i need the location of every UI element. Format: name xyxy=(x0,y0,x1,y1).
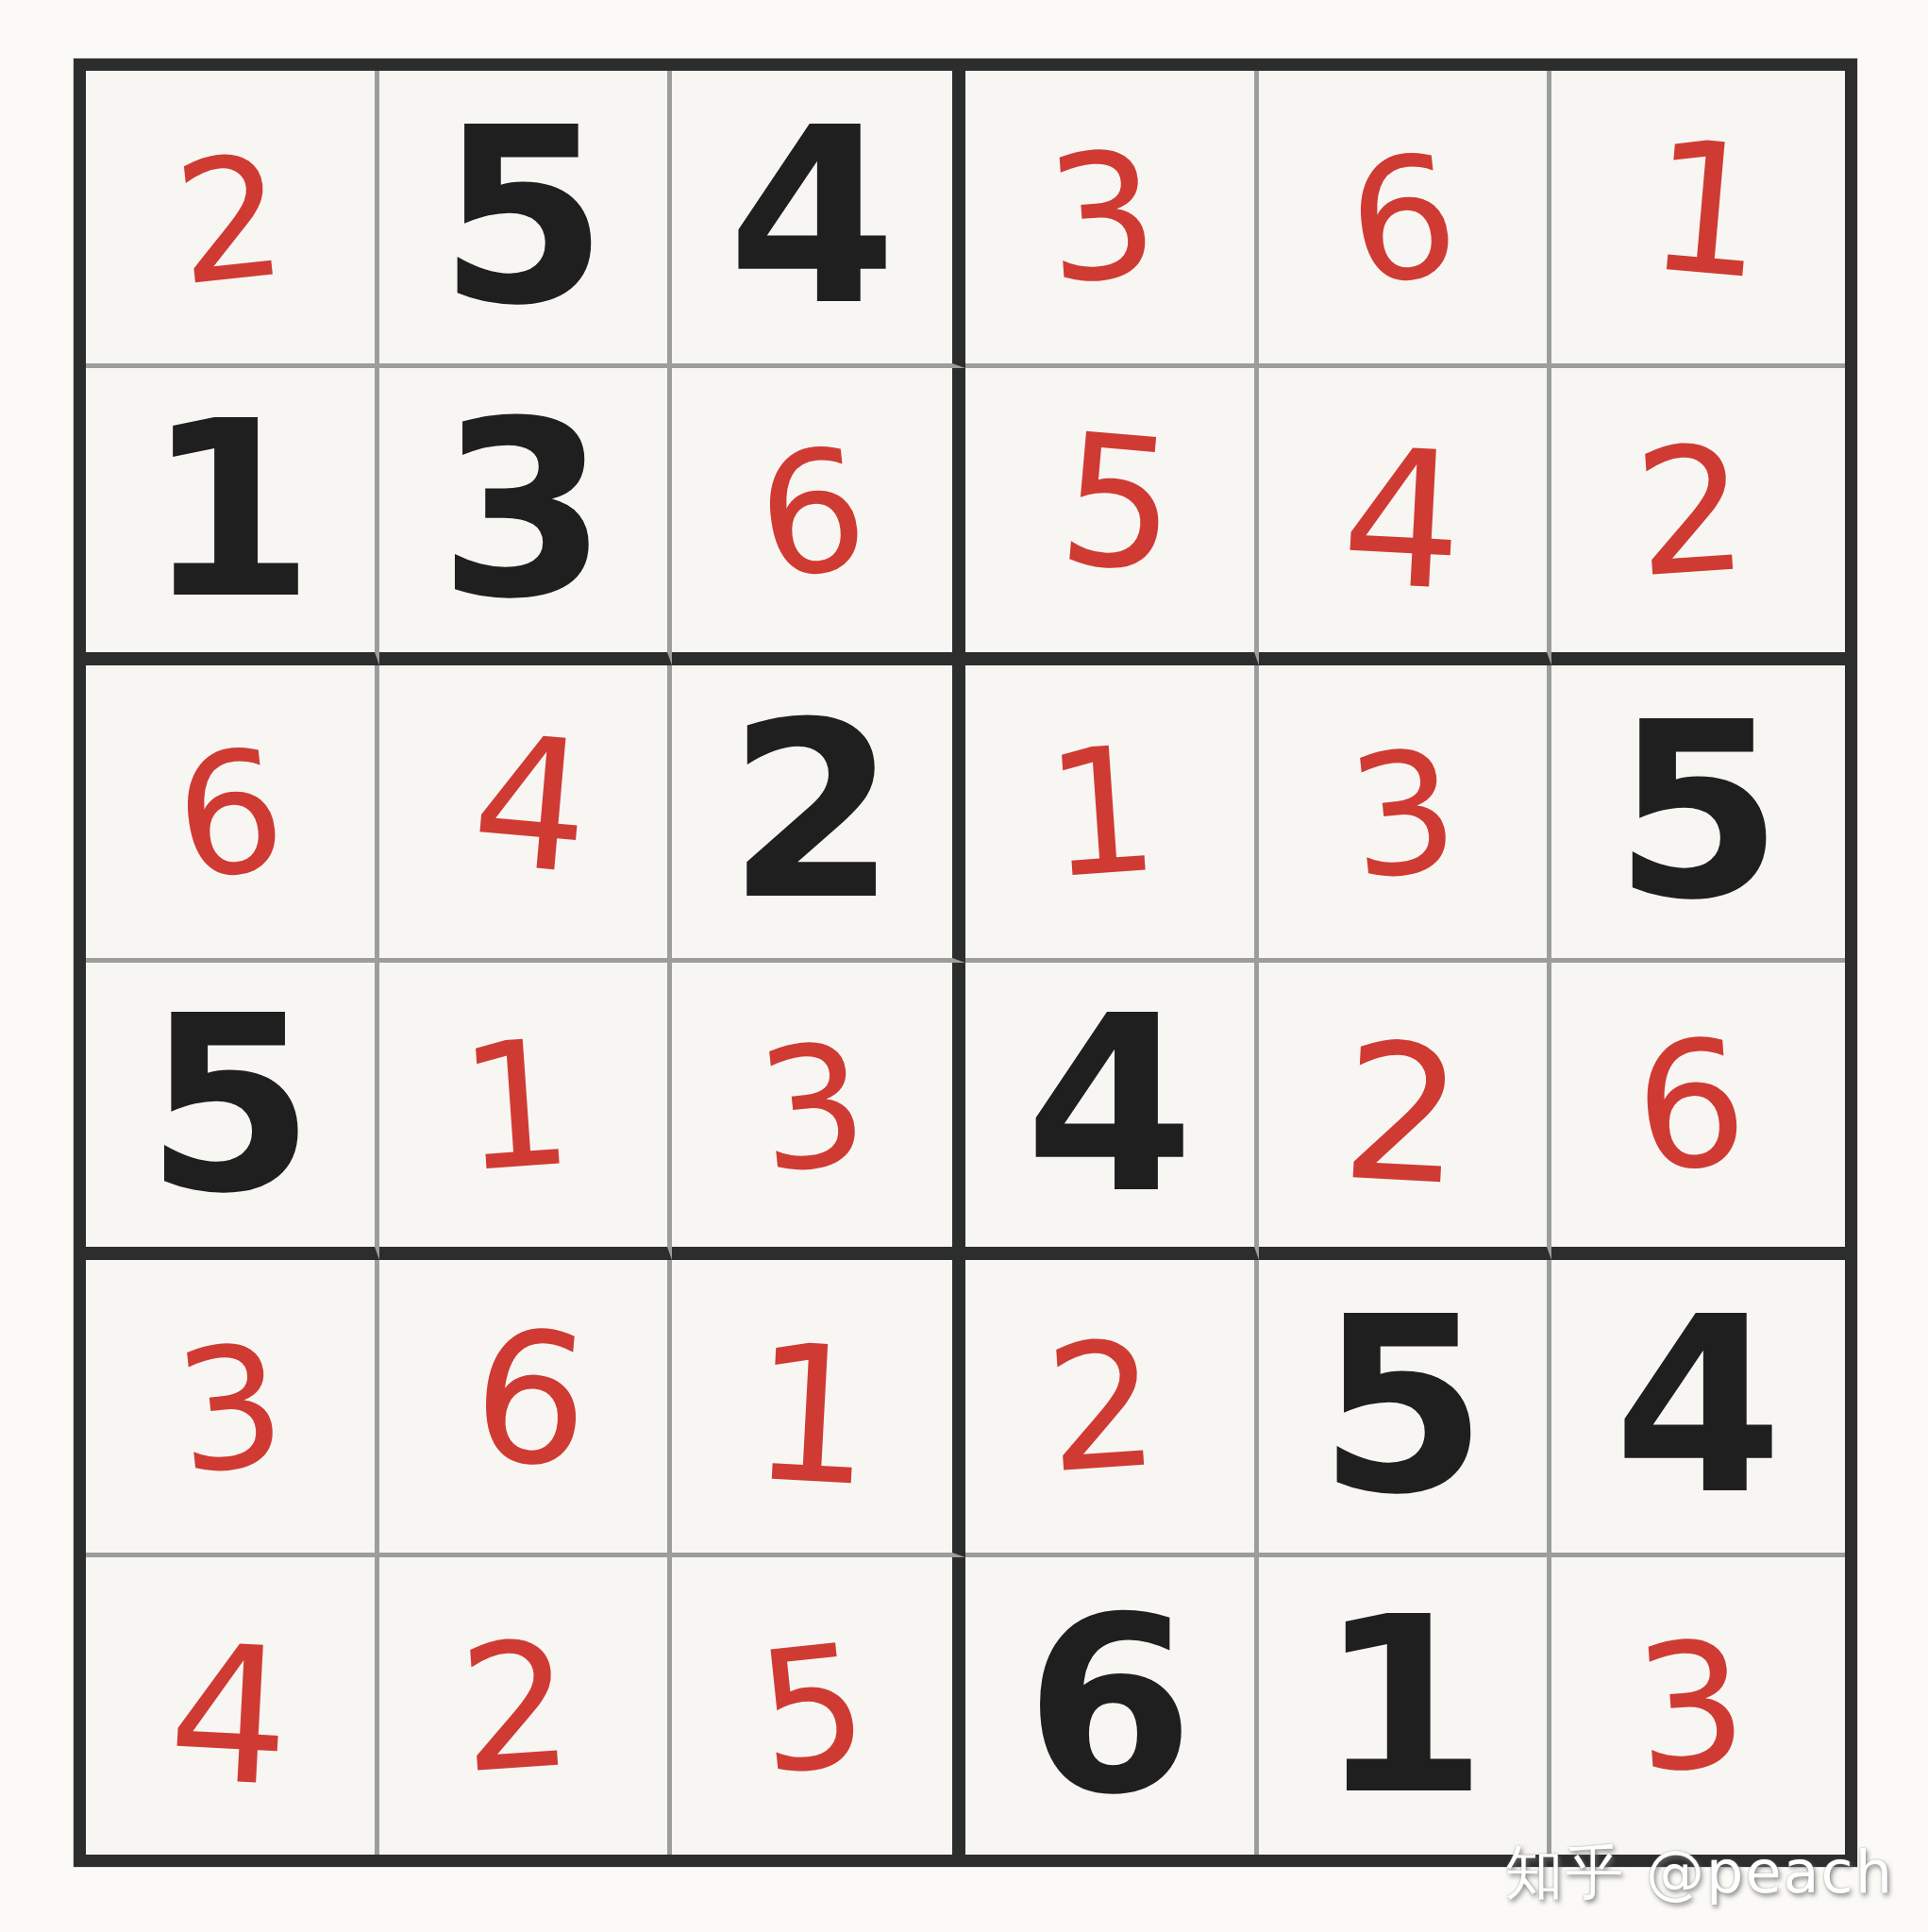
sudoku-board: 2 5 4 3 6 1 1 3 6 5 4 2 6 4 2 1 3 5 5 1 … xyxy=(74,59,1857,1867)
digit: 1 xyxy=(1641,115,1771,306)
cell-r6c4[interactable]: 6 xyxy=(965,1557,1259,1855)
digit: 5 xyxy=(439,95,609,339)
digit: 3 xyxy=(439,389,609,632)
digit: 2 xyxy=(169,132,293,311)
cell-r5c5[interactable]: 5 xyxy=(1259,1260,1552,1557)
cell-r1c3[interactable]: 4 xyxy=(672,71,965,368)
watermark-zhihu-peach: 知乎 @peach xyxy=(1504,1833,1894,1912)
cell-r1c2[interactable]: 5 xyxy=(379,71,673,368)
digit: 4 xyxy=(466,710,596,900)
cell-r6c2[interactable]: 2 xyxy=(379,1557,673,1855)
digit: 6 xyxy=(1630,1015,1752,1196)
digit: 5 xyxy=(750,1621,874,1799)
cell-r4c5[interactable]: 2 xyxy=(1259,963,1552,1260)
digit: 5 xyxy=(1614,690,1784,933)
digit: 5 xyxy=(1318,1285,1488,1528)
digit: 1 xyxy=(1318,1585,1488,1828)
cell-r4c3[interactable]: 3 xyxy=(672,963,965,1260)
cell-r2c4[interactable]: 5 xyxy=(965,368,1259,665)
cell-r1c5[interactable]: 6 xyxy=(1259,71,1552,368)
digit: 2 xyxy=(728,690,897,933)
cell-r1c4[interactable]: 3 xyxy=(965,71,1259,368)
digit: 4 xyxy=(165,1618,295,1812)
cell-r3c2[interactable]: 4 xyxy=(379,665,673,963)
digit: 5 xyxy=(145,983,315,1227)
digit: 4 xyxy=(1614,1285,1784,1528)
cell-r6c3[interactable]: 5 xyxy=(672,1557,965,1855)
cell-r5c3[interactable]: 1 xyxy=(672,1260,965,1557)
digit: 3 xyxy=(750,1019,874,1198)
digit: 6 xyxy=(466,1304,596,1495)
digit: 1 xyxy=(1041,722,1164,903)
cell-r3c1[interactable]: 6 xyxy=(86,665,379,963)
digit: 1 xyxy=(455,1015,578,1196)
cell-r3c6[interactable]: 5 xyxy=(1551,665,1845,963)
digit: 3 xyxy=(1341,727,1465,905)
cell-r6c1[interactable]: 4 xyxy=(86,1557,379,1855)
cell-r4c4[interactable]: 4 xyxy=(965,963,1259,1260)
digit: 6 xyxy=(750,425,874,603)
cell-r6c5[interactable]: 1 xyxy=(1259,1557,1552,1855)
cell-r6c6[interactable]: 3 xyxy=(1551,1557,1845,1855)
digit: 6 xyxy=(1341,132,1465,311)
cell-r4c1[interactable]: 5 xyxy=(86,963,379,1260)
digit: 4 xyxy=(728,95,897,339)
cell-r5c2[interactable]: 6 xyxy=(379,1260,673,1557)
cell-r5c1[interactable]: 3 xyxy=(86,1260,379,1557)
digit: 2 xyxy=(455,1616,578,1797)
cell-r4c2[interactable]: 1 xyxy=(379,963,673,1260)
digit: 6 xyxy=(1025,1585,1195,1828)
cell-r2c3[interactable]: 6 xyxy=(672,368,965,665)
cell-r2c2[interactable]: 3 xyxy=(379,368,673,665)
digit: 3 xyxy=(1630,1616,1752,1797)
cell-r2c1[interactable]: 1 xyxy=(86,368,379,665)
digit: 3 xyxy=(1041,127,1164,309)
digit: 2 xyxy=(1630,420,1752,601)
cell-r1c6[interactable]: 1 xyxy=(1551,71,1845,368)
digit: 4 xyxy=(1025,983,1195,1227)
digit: 3 xyxy=(169,1321,293,1500)
digit: 1 xyxy=(746,1319,877,1513)
cell-r3c4[interactable]: 1 xyxy=(965,665,1259,963)
cell-r4c6[interactable]: 6 xyxy=(1551,963,1845,1260)
cell-r5c4[interactable]: 2 xyxy=(965,1260,1259,1557)
cell-r3c3[interactable]: 2 xyxy=(672,665,965,963)
digit: 1 xyxy=(145,389,315,632)
cell-r3c5[interactable]: 3 xyxy=(1259,665,1552,963)
digit: 5 xyxy=(1052,408,1182,598)
digit: 6 xyxy=(169,727,293,905)
digit: 2 xyxy=(1337,1016,1467,1211)
cell-r1c1[interactable]: 2 xyxy=(86,71,379,368)
digit: 2 xyxy=(1041,1317,1164,1498)
digit: 4 xyxy=(1337,422,1467,616)
cell-r2c5[interactable]: 4 xyxy=(1259,368,1552,665)
cell-r5c6[interactable]: 4 xyxy=(1551,1260,1845,1557)
cell-r2c6[interactable]: 2 xyxy=(1551,368,1845,665)
